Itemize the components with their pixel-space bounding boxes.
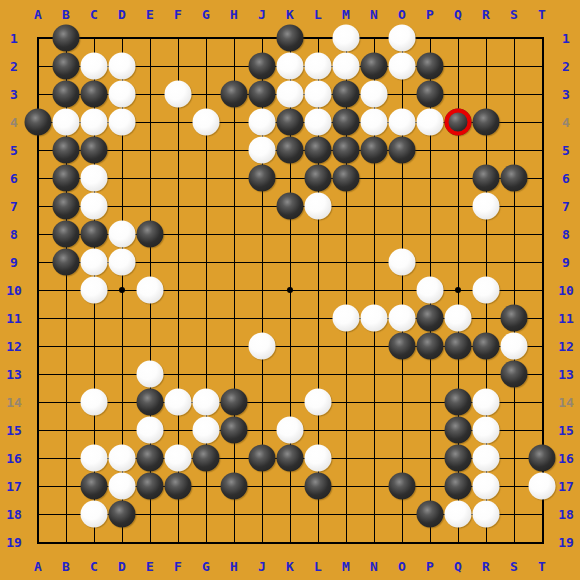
black-stone-H14[interactable] <box>221 389 248 416</box>
row-label-right-19: 19 <box>558 535 574 550</box>
white-stone-E10[interactable] <box>137 277 164 304</box>
black-stone-B3[interactable] <box>53 81 80 108</box>
white-stone-D8[interactable] <box>109 221 136 248</box>
black-stone-N2[interactable] <box>361 53 388 80</box>
column-label-top-J: J <box>258 7 266 22</box>
white-stone-E15[interactable] <box>137 417 164 444</box>
black-stone-Q14[interactable] <box>445 389 472 416</box>
row-label-left-9: 9 <box>10 255 18 270</box>
black-stone-B7[interactable] <box>53 193 80 220</box>
column-label-bottom-R: R <box>482 559 490 574</box>
black-stone-P12[interactable] <box>417 333 444 360</box>
row-label-right-5: 5 <box>562 143 570 158</box>
column-label-bottom-N: N <box>370 559 378 574</box>
black-stone-L6[interactable] <box>305 165 332 192</box>
white-stone-O9[interactable] <box>389 249 416 276</box>
column-label-top-S: S <box>510 7 518 22</box>
black-stone-B5[interactable] <box>53 137 80 164</box>
white-stone-C14[interactable] <box>81 389 108 416</box>
black-stone-Q12[interactable] <box>445 333 472 360</box>
star-point-Q10 <box>455 287 461 293</box>
row-label-right-14: 14 <box>558 395 574 410</box>
black-stone-C3[interactable] <box>81 81 108 108</box>
row-label-right-11: 11 <box>558 311 574 326</box>
white-stone-C16[interactable] <box>81 445 108 472</box>
row-label-left-13: 13 <box>6 367 22 382</box>
black-stone-O5[interactable] <box>389 137 416 164</box>
column-label-bottom-Q: Q <box>454 559 462 574</box>
column-label-bottom-K: K <box>286 559 294 574</box>
white-stone-R7[interactable] <box>473 193 500 220</box>
row-label-right-10: 10 <box>558 283 574 298</box>
black-stone-B9[interactable] <box>53 249 80 276</box>
white-stone-D16[interactable] <box>109 445 136 472</box>
black-stone-R4[interactable] <box>473 109 500 136</box>
column-label-top-O: O <box>398 7 406 22</box>
column-label-bottom-B: B <box>62 559 70 574</box>
black-stone-C5[interactable] <box>81 137 108 164</box>
row-label-right-16: 16 <box>558 451 574 466</box>
row-label-left-7: 7 <box>10 199 18 214</box>
black-stone-M5[interactable] <box>333 137 360 164</box>
white-stone-C10[interactable] <box>81 277 108 304</box>
black-stone-J6[interactable] <box>249 165 276 192</box>
white-stone-J5[interactable] <box>249 137 276 164</box>
row-label-left-16: 16 <box>6 451 22 466</box>
column-label-top-D: D <box>118 7 126 22</box>
black-stone-H17[interactable] <box>221 473 248 500</box>
black-stone-S13[interactable] <box>501 361 528 388</box>
row-label-right-1: 1 <box>562 31 570 46</box>
black-stone-P11[interactable] <box>417 305 444 332</box>
row-label-right-4: 4 <box>562 115 570 130</box>
row-label-left-1: 1 <box>10 31 18 46</box>
column-label-top-L: L <box>314 7 322 22</box>
row-label-right-9: 9 <box>562 255 570 270</box>
white-stone-F16[interactable] <box>165 445 192 472</box>
row-label-right-13: 13 <box>558 367 574 382</box>
last-move-marker <box>445 109 472 136</box>
black-stone-Q17[interactable] <box>445 473 472 500</box>
column-label-bottom-P: P <box>426 559 434 574</box>
white-stone-G14[interactable] <box>193 389 220 416</box>
row-label-right-6: 6 <box>562 171 570 186</box>
white-stone-E13[interactable] <box>137 361 164 388</box>
row-label-right-17: 17 <box>558 479 574 494</box>
column-label-top-P: P <box>426 7 434 22</box>
black-stone-D18[interactable] <box>109 501 136 528</box>
black-stone-B6[interactable] <box>53 165 80 192</box>
white-stone-C6[interactable] <box>81 165 108 192</box>
black-stone-C17[interactable] <box>81 473 108 500</box>
row-label-left-8: 8 <box>10 227 18 242</box>
white-stone-K3[interactable] <box>277 81 304 108</box>
black-stone-K16[interactable] <box>277 445 304 472</box>
row-label-left-3: 3 <box>10 87 18 102</box>
white-stone-O2[interactable] <box>389 53 416 80</box>
column-label-top-T: T <box>538 7 546 22</box>
column-label-bottom-J: J <box>258 559 266 574</box>
black-stone-H3[interactable] <box>221 81 248 108</box>
white-stone-R15[interactable] <box>473 417 500 444</box>
white-stone-Q11[interactable] <box>445 305 472 332</box>
black-stone-L5[interactable] <box>305 137 332 164</box>
white-stone-L7[interactable] <box>305 193 332 220</box>
white-stone-C7[interactable] <box>81 193 108 220</box>
black-stone-M3[interactable] <box>333 81 360 108</box>
column-label-bottom-M: M <box>342 559 350 574</box>
white-stone-C18[interactable] <box>81 501 108 528</box>
white-stone-F14[interactable] <box>165 389 192 416</box>
black-stone-O12[interactable] <box>389 333 416 360</box>
row-label-left-12: 12 <box>6 339 22 354</box>
black-stone-P2[interactable] <box>417 53 444 80</box>
column-label-top-N: N <box>370 7 378 22</box>
row-label-right-12: 12 <box>558 339 574 354</box>
column-label-bottom-C: C <box>90 559 98 574</box>
black-stone-B1[interactable] <box>53 25 80 52</box>
row-label-right-7: 7 <box>562 199 570 214</box>
column-label-bottom-T: T <box>538 559 546 574</box>
white-stone-L3[interactable] <box>305 81 332 108</box>
white-stone-D2[interactable] <box>109 53 136 80</box>
row-label-right-18: 18 <box>558 507 574 522</box>
white-stone-C4[interactable] <box>81 109 108 136</box>
white-stone-F3[interactable] <box>165 81 192 108</box>
column-label-top-C: C <box>90 7 98 22</box>
white-stone-N11[interactable] <box>361 305 388 332</box>
black-stone-S6[interactable] <box>501 165 528 192</box>
black-stone-M6[interactable] <box>333 165 360 192</box>
column-label-top-E: E <box>146 7 154 22</box>
black-stone-Q16[interactable] <box>445 445 472 472</box>
go-board-viewer: AABBCCDDEEFFGGHHJJKKLLMMNNOOPPQQRRSSTT11… <box>0 0 580 580</box>
white-stone-M2[interactable] <box>333 53 360 80</box>
black-stone-M4[interactable] <box>333 109 360 136</box>
white-stone-N4[interactable] <box>361 109 388 136</box>
row-label-left-18: 18 <box>6 507 22 522</box>
row-label-left-19: 19 <box>6 535 22 550</box>
white-stone-R16[interactable] <box>473 445 500 472</box>
column-label-bottom-F: F <box>174 559 182 574</box>
white-stone-M1[interactable] <box>333 25 360 52</box>
white-stone-D9[interactable] <box>109 249 136 276</box>
white-stone-K15[interactable] <box>277 417 304 444</box>
column-label-top-H: H <box>230 7 238 22</box>
row-label-right-2: 2 <box>562 59 570 74</box>
column-label-bottom-H: H <box>230 559 238 574</box>
black-stone-E14[interactable] <box>137 389 164 416</box>
black-stone-J16[interactable] <box>249 445 276 472</box>
black-stone-J3[interactable] <box>249 81 276 108</box>
white-stone-S12[interactable] <box>501 333 528 360</box>
row-label-left-6: 6 <box>10 171 18 186</box>
black-stone-K7[interactable] <box>277 193 304 220</box>
white-stone-L16[interactable] <box>305 445 332 472</box>
black-stone-K1[interactable] <box>277 25 304 52</box>
column-label-bottom-L: L <box>314 559 322 574</box>
white-stone-D4[interactable] <box>109 109 136 136</box>
column-label-top-R: R <box>482 7 490 22</box>
row-label-left-14: 14 <box>6 395 22 410</box>
column-label-bottom-D: D <box>118 559 126 574</box>
white-stone-Q18[interactable] <box>445 501 472 528</box>
black-stone-R12[interactable] <box>473 333 500 360</box>
black-stone-K4[interactable] <box>277 109 304 136</box>
white-stone-R17[interactable] <box>473 473 500 500</box>
white-stone-G4[interactable] <box>193 109 220 136</box>
white-stone-D17[interactable] <box>109 473 136 500</box>
black-stone-E17[interactable] <box>137 473 164 500</box>
white-stone-O1[interactable] <box>389 25 416 52</box>
white-stone-C2[interactable] <box>81 53 108 80</box>
black-stone-K5[interactable] <box>277 137 304 164</box>
black-stone-P3[interactable] <box>417 81 444 108</box>
black-stone-Q15[interactable] <box>445 417 472 444</box>
black-stone-P18[interactable] <box>417 501 444 528</box>
column-label-top-M: M <box>342 7 350 22</box>
white-stone-M11[interactable] <box>333 305 360 332</box>
black-stone-J2[interactable] <box>249 53 276 80</box>
black-stone-F17[interactable] <box>165 473 192 500</box>
row-label-left-10: 10 <box>6 283 22 298</box>
column-label-bottom-O: O <box>398 559 406 574</box>
black-stone-B2[interactable] <box>53 53 80 80</box>
row-label-left-4: 4 <box>10 115 18 130</box>
row-label-left-15: 15 <box>6 423 22 438</box>
row-label-left-11: 11 <box>6 311 22 326</box>
white-stone-R18[interactable] <box>473 501 500 528</box>
star-point-K10 <box>287 287 293 293</box>
black-stone-T16[interactable] <box>529 445 556 472</box>
column-label-top-G: G <box>202 7 210 22</box>
black-stone-C8[interactable] <box>81 221 108 248</box>
black-stone-O17[interactable] <box>389 473 416 500</box>
row-label-right-3: 3 <box>562 87 570 102</box>
white-stone-R14[interactable] <box>473 389 500 416</box>
white-stone-O4[interactable] <box>389 109 416 136</box>
black-stone-G16[interactable] <box>193 445 220 472</box>
column-label-bottom-S: S <box>510 559 518 574</box>
white-stone-O11[interactable] <box>389 305 416 332</box>
white-stone-J4[interactable] <box>249 109 276 136</box>
column-label-top-F: F <box>174 7 182 22</box>
column-label-top-A: A <box>34 7 42 22</box>
white-stone-P10[interactable] <box>417 277 444 304</box>
column-label-top-K: K <box>286 7 294 22</box>
row-label-left-17: 17 <box>6 479 22 494</box>
black-stone-L17[interactable] <box>305 473 332 500</box>
row-label-right-8: 8 <box>562 227 570 242</box>
white-stone-T17[interactable] <box>529 473 556 500</box>
white-stone-L14[interactable] <box>305 389 332 416</box>
white-stone-B4[interactable] <box>53 109 80 136</box>
white-stone-P4[interactable] <box>417 109 444 136</box>
white-stone-G15[interactable] <box>193 417 220 444</box>
black-stone-S11[interactable] <box>501 305 528 332</box>
white-stone-L2[interactable] <box>305 53 332 80</box>
row-label-left-2: 2 <box>10 59 18 74</box>
row-label-left-5: 5 <box>10 143 18 158</box>
column-label-top-B: B <box>62 7 70 22</box>
column-label-bottom-E: E <box>146 559 154 574</box>
black-stone-E16[interactable] <box>137 445 164 472</box>
white-stone-N3[interactable] <box>361 81 388 108</box>
column-label-bottom-A: A <box>34 559 42 574</box>
column-label-bottom-G: G <box>202 559 210 574</box>
column-label-top-Q: Q <box>454 7 462 22</box>
black-stone-N5[interactable] <box>361 137 388 164</box>
black-stone-A4[interactable] <box>25 109 52 136</box>
black-stone-H15[interactable] <box>221 417 248 444</box>
white-stone-K2[interactable] <box>277 53 304 80</box>
star-point-D10 <box>119 287 125 293</box>
white-stone-R10[interactable] <box>473 277 500 304</box>
white-stone-J12[interactable] <box>249 333 276 360</box>
white-stone-L4[interactable] <box>305 109 332 136</box>
white-stone-C9[interactable] <box>81 249 108 276</box>
black-stone-B8[interactable] <box>53 221 80 248</box>
white-stone-D3[interactable] <box>109 81 136 108</box>
black-stone-R6[interactable] <box>473 165 500 192</box>
row-label-right-15: 15 <box>558 423 574 438</box>
black-stone-E8[interactable] <box>137 221 164 248</box>
